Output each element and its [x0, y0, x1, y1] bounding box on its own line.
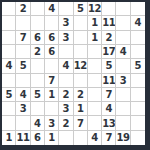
empty-cell-r10c5[interactable] [59, 131, 73, 145]
empty-cell-r8c9[interactable] [116, 102, 130, 116]
clue-cell-r6c4: 7 [45, 74, 59, 88]
clue-cell-r7c8: 7 [102, 88, 116, 102]
clue-cell-r4c9: 4 [116, 45, 130, 59]
empty-cell-r9c10[interactable] [131, 116, 145, 130]
clue-cell-r7c3: 5 [31, 88, 45, 102]
clue-cell-r10c9: 19 [116, 131, 130, 145]
empty-cell-r6c7[interactable] [88, 74, 102, 88]
empty-cell-r2c1[interactable] [2, 16, 16, 30]
empty-cell-r6c6[interactable] [74, 74, 88, 88]
clue-cell-r2c7: 1 [88, 16, 102, 30]
empty-cell-r4c2[interactable] [16, 45, 30, 59]
empty-cell-r3c10[interactable] [131, 31, 145, 45]
clue-cell-r10c1: 1 [2, 131, 16, 145]
clue-cell-r10c8: 7 [102, 131, 116, 145]
puzzle-board: 2451231114766312261744541255711354512273… [2, 2, 145, 145]
empty-cell-r9c7[interactable] [88, 116, 102, 130]
clue-cell-r2c8: 11 [102, 16, 116, 30]
empty-cell-r4c1[interactable] [2, 45, 16, 59]
empty-cell-r6c2[interactable] [16, 74, 30, 88]
clue-cell-r5c1: 4 [2, 59, 16, 73]
empty-cell-r2c3[interactable] [31, 16, 45, 30]
clue-cell-r1c6: 5 [74, 2, 88, 16]
empty-cell-r1c3[interactable] [31, 2, 45, 16]
clue-cell-r2c10: 4 [131, 16, 145, 30]
clue-cell-r1c7: 12 [88, 2, 102, 16]
clue-cell-r4c3: 2 [31, 45, 45, 59]
empty-cell-r4c6[interactable] [74, 45, 88, 59]
empty-cell-r5c4[interactable] [45, 59, 59, 73]
clue-cell-r2c5: 3 [59, 16, 73, 30]
clue-cell-r10c2: 11 [16, 131, 30, 145]
empty-cell-r1c1[interactable] [2, 2, 16, 16]
clue-cell-r8c5: 3 [59, 102, 73, 116]
empty-cell-r6c3[interactable] [31, 74, 45, 88]
clue-cell-r7c4: 1 [45, 88, 59, 102]
clue-cell-r3c4: 6 [45, 31, 59, 45]
empty-cell-r8c10[interactable] [131, 102, 145, 116]
clue-cell-r9c8: 13 [102, 116, 116, 130]
empty-cell-r10c6[interactable] [74, 131, 88, 145]
empty-cell-r3c6[interactable] [74, 31, 88, 45]
empty-cell-r4c5[interactable] [59, 45, 73, 59]
empty-cell-r9c1[interactable] [2, 116, 16, 130]
empty-cell-r2c6[interactable] [74, 16, 88, 30]
empty-cell-r3c9[interactable] [116, 31, 130, 45]
empty-cell-r6c1[interactable] [2, 74, 16, 88]
empty-cell-r1c5[interactable] [59, 2, 73, 16]
clue-cell-r8c6: 1 [74, 102, 88, 116]
clue-cell-r10c4: 1 [45, 131, 59, 145]
empty-cell-r2c4[interactable] [45, 16, 59, 30]
clue-cell-r5c5: 4 [59, 59, 73, 73]
clue-cell-r6c9: 3 [116, 74, 130, 88]
clue-cell-r8c8: 4 [102, 102, 116, 116]
clue-cell-r5c6: 12 [74, 59, 88, 73]
empty-cell-r2c2[interactable] [16, 16, 30, 30]
empty-cell-r8c4[interactable] [45, 102, 59, 116]
clue-cell-r7c6: 2 [74, 88, 88, 102]
empty-cell-r6c5[interactable] [59, 74, 73, 88]
clue-cell-r5c8: 5 [102, 59, 116, 73]
empty-cell-r8c3[interactable] [31, 102, 45, 116]
clue-cell-r1c2: 2 [16, 2, 30, 16]
clue-cell-r9c3: 4 [31, 116, 45, 130]
empty-cell-r8c7[interactable] [88, 102, 102, 116]
empty-cell-r1c10[interactable] [131, 2, 145, 16]
empty-cell-r5c9[interactable] [116, 59, 130, 73]
clue-cell-r3c7: 1 [88, 31, 102, 45]
clue-cell-r1c4: 4 [45, 2, 59, 16]
clue-cell-r8c2: 3 [16, 102, 30, 116]
empty-cell-r9c2[interactable] [16, 116, 30, 130]
clue-cell-r4c8: 17 [102, 45, 116, 59]
empty-cell-r10c10[interactable] [131, 131, 145, 145]
clue-cell-r9c5: 2 [59, 116, 73, 130]
clue-cell-r6c8: 11 [102, 74, 116, 88]
clue-cell-r3c3: 6 [31, 31, 45, 45]
clue-cell-r9c6: 7 [74, 116, 88, 130]
clue-cell-r3c5: 3 [59, 31, 73, 45]
clue-cell-r3c2: 7 [16, 31, 30, 45]
empty-cell-r6c10[interactable] [131, 74, 145, 88]
clue-cell-r7c2: 4 [16, 88, 30, 102]
empty-cell-r7c7[interactable] [88, 88, 102, 102]
clue-cell-r3c8: 2 [102, 31, 116, 45]
empty-cell-r2c9[interactable] [116, 16, 130, 30]
clue-cell-r10c3: 6 [31, 131, 45, 145]
empty-cell-r7c9[interactable] [116, 88, 130, 102]
empty-cell-r9c9[interactable] [116, 116, 130, 130]
empty-cell-r1c8[interactable] [102, 2, 116, 16]
clue-cell-r4c4: 6 [45, 45, 59, 59]
puzzle-app-background: 2451231114766312261744541255711354512273… [0, 0, 150, 150]
empty-cell-r8c1[interactable] [2, 102, 16, 116]
empty-cell-r5c3[interactable] [31, 59, 45, 73]
clue-cell-r7c1: 5 [2, 88, 16, 102]
clue-cell-r7c5: 2 [59, 88, 73, 102]
clue-cell-r10c7: 4 [88, 131, 102, 145]
clue-cell-r5c10: 5 [131, 59, 145, 73]
empty-cell-r4c10[interactable] [131, 45, 145, 59]
empty-cell-r1c9[interactable] [116, 2, 130, 16]
empty-cell-r4c7[interactable] [88, 45, 102, 59]
empty-cell-r7c10[interactable] [131, 88, 145, 102]
clue-cell-r9c4: 3 [45, 116, 59, 130]
empty-cell-r5c7[interactable] [88, 59, 102, 73]
clue-cell-r5c2: 5 [16, 59, 30, 73]
empty-cell-r3c1[interactable] [2, 31, 16, 45]
